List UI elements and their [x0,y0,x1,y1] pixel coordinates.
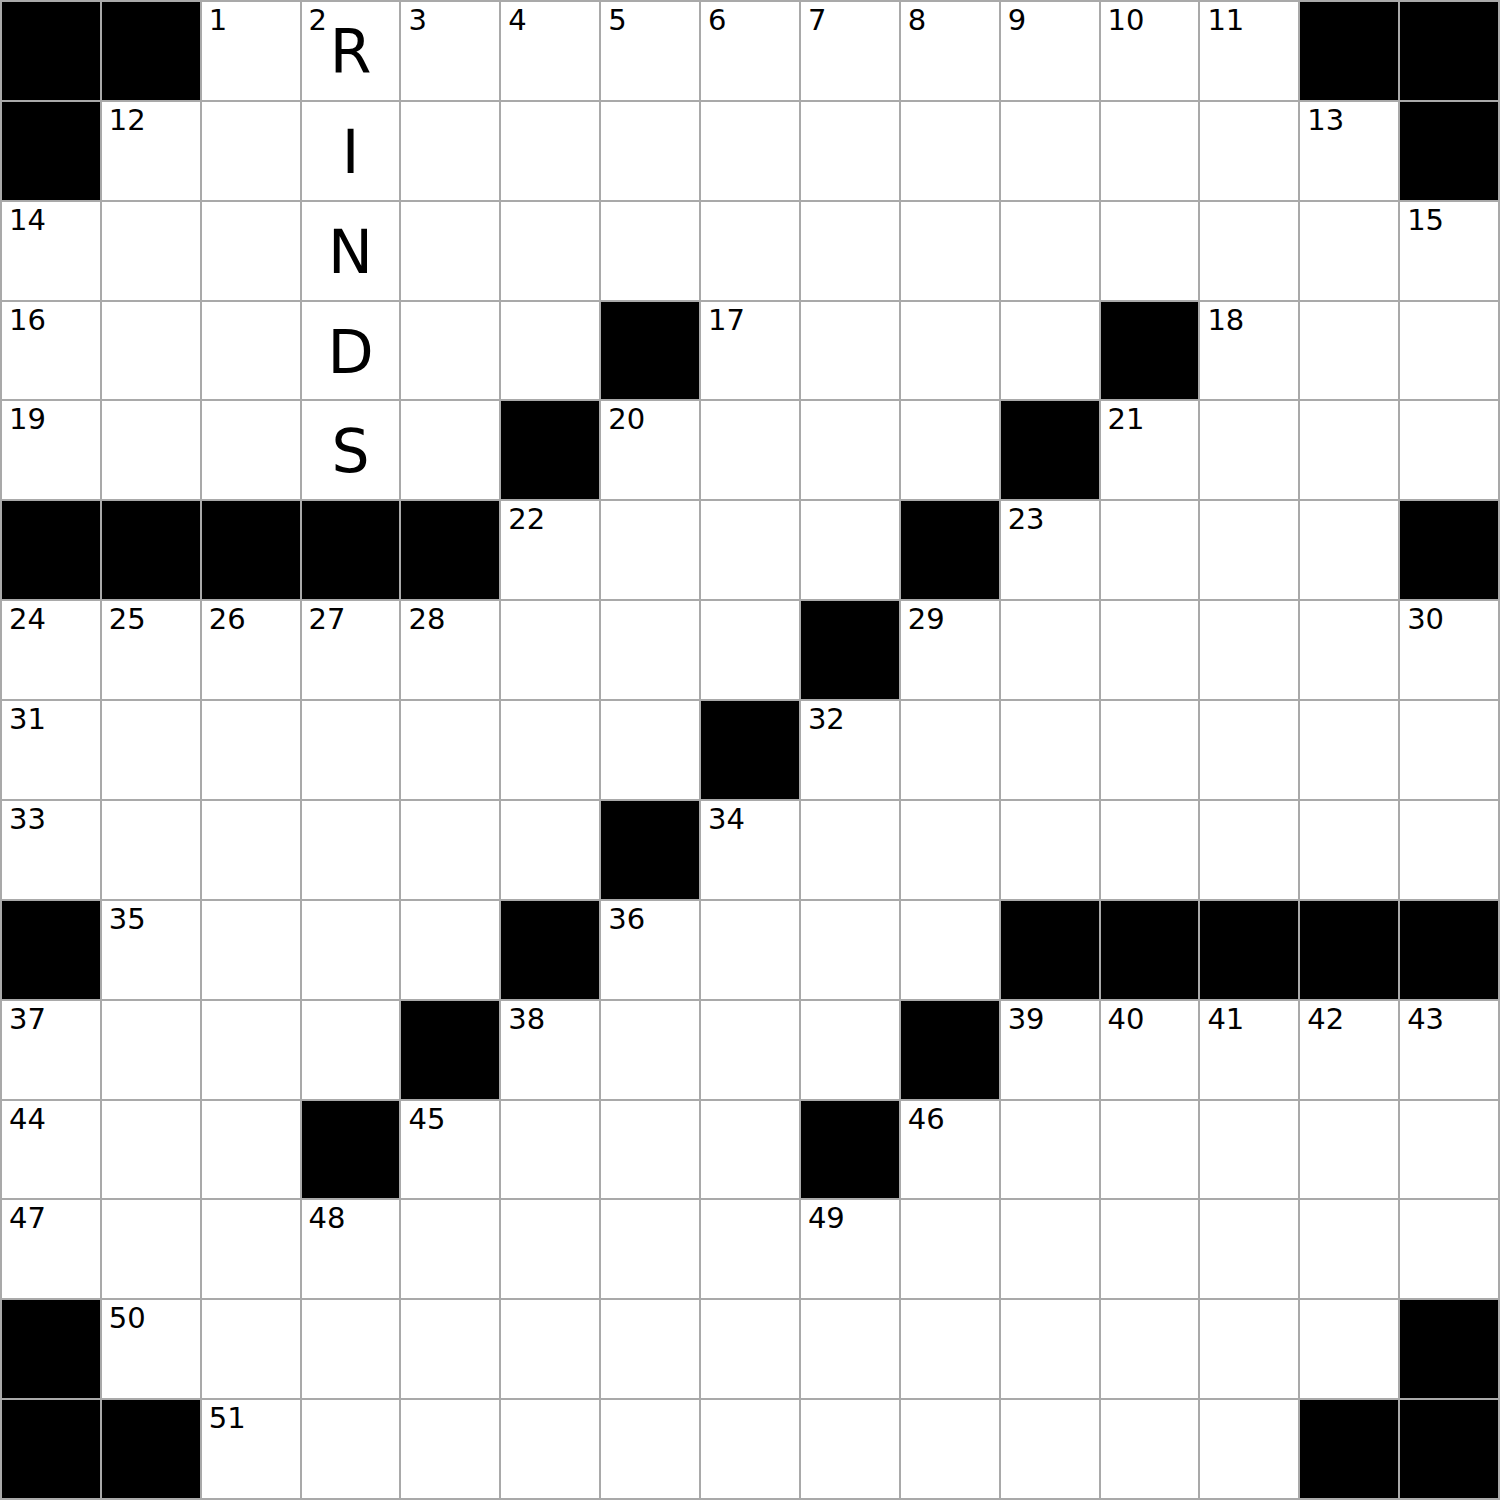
white-cell-r14c3[interactable] [202,1300,300,1398]
white-cell-r7c4[interactable]: 27 [302,601,400,699]
white-cell-r11c2[interactable] [102,1001,200,1099]
white-cell-r9c10[interactable] [901,801,999,899]
black-cell-r10c6 [501,901,599,999]
white-cell-r2c11[interactable] [1001,102,1099,200]
white-cell-r2c4[interactable]: I [302,102,400,200]
white-cell-r11c3[interactable] [202,1001,300,1099]
white-cell-r7c8[interactable] [701,601,799,699]
white-cell-r14c5[interactable] [401,1300,499,1398]
clue-number-12: 12 [109,105,146,137]
white-cell-r5c13[interactable] [1200,401,1298,499]
clue-number-47: 47 [9,1203,46,1235]
white-cell-r3c1[interactable]: 14 [2,202,100,300]
crossword-board: 12R3456789101112I1314N1516D171819S202122… [0,0,1500,1500]
white-cell-r4c3[interactable] [202,302,300,400]
white-cell-r2c12[interactable] [1101,102,1199,200]
white-cell-r11c8[interactable] [701,1001,799,1099]
white-cell-r14c4[interactable] [302,1300,400,1398]
clue-number-19: 19 [9,404,46,436]
white-cell-r13c5[interactable] [401,1200,499,1298]
white-cell-r4c10[interactable] [901,302,999,400]
white-cell-r10c10[interactable] [901,901,999,999]
white-cell-r11c7[interactable] [601,1001,699,1099]
white-cell-r5c9[interactable] [801,401,899,499]
white-cell-r3c11[interactable] [1001,202,1099,300]
clue-number-25: 25 [109,604,146,636]
white-cell-r15c12[interactable] [1101,1400,1199,1498]
white-cell-r3c5[interactable] [401,202,499,300]
clue-number-43: 43 [1407,1004,1444,1036]
black-cell-r1c15 [1400,2,1498,100]
clue-number-37: 37 [9,1004,46,1036]
white-cell-r2c6[interactable] [501,102,599,200]
white-cell-r12c7[interactable] [601,1101,699,1199]
black-cell-r10c14 [1300,901,1398,999]
clue-number-44: 44 [9,1104,46,1136]
clue-number-4: 4 [508,5,526,37]
white-cell-r10c9[interactable] [801,901,899,999]
white-cell-r13c15[interactable] [1400,1200,1498,1298]
cell-letter-r3c4: N [302,202,400,300]
white-cell-r3c14[interactable] [1300,202,1398,300]
white-cell-r8c3[interactable] [202,701,300,799]
white-cell-r7c10[interactable]: 29 [901,601,999,699]
white-cell-r1c11[interactable]: 9 [1001,2,1099,100]
black-cell-r11c5 [401,1001,499,1099]
white-cell-r9c11[interactable] [1001,801,1099,899]
black-cell-r2c1 [2,102,100,200]
black-cell-r5c11 [1001,401,1099,499]
white-cell-r11c4[interactable] [302,1001,400,1099]
white-cell-r15c7[interactable] [601,1400,699,1498]
white-cell-r13c2[interactable] [102,1200,200,1298]
clue-number-36: 36 [608,904,645,936]
black-cell-r6c2 [102,501,200,599]
white-cell-r12c5[interactable]: 45 [401,1101,499,1199]
white-cell-r3c13[interactable] [1200,202,1298,300]
white-cell-r1c5[interactable]: 3 [401,2,499,100]
clue-number-14: 14 [9,205,46,237]
white-cell-r10c8[interactable] [701,901,799,999]
white-cell-r8c14[interactable] [1300,701,1398,799]
white-cell-r15c13[interactable] [1200,1400,1298,1498]
white-cell-r10c3[interactable] [202,901,300,999]
clue-number-8: 8 [908,5,926,37]
white-cell-r3c12[interactable] [1101,202,1199,300]
black-cell-r15c15 [1400,1400,1498,1498]
clue-number-49: 49 [808,1203,845,1235]
white-cell-r6c8[interactable] [701,501,799,599]
black-cell-r15c14 [1300,1400,1398,1498]
white-cell-r2c5[interactable] [401,102,499,200]
white-cell-r7c2[interactable]: 25 [102,601,200,699]
white-cell-r1c6[interactable]: 4 [501,2,599,100]
clue-number-1: 1 [209,5,227,37]
white-cell-r11c1[interactable]: 37 [2,1001,100,1099]
white-cell-r2c10[interactable] [901,102,999,200]
white-cell-r15c5[interactable] [401,1400,499,1498]
white-cell-r8c12[interactable] [1101,701,1199,799]
white-cell-r3c10[interactable] [901,202,999,300]
clue-number-16: 16 [9,305,46,337]
black-cell-r10c1 [2,901,100,999]
white-cell-r6c13[interactable] [1200,501,1298,599]
white-cell-r8c2[interactable] [102,701,200,799]
white-cell-r12c3[interactable] [202,1101,300,1199]
clue-number-28: 28 [408,604,445,636]
white-cell-r15c9[interactable] [801,1400,899,1498]
white-cell-r10c4[interactable] [302,901,400,999]
white-cell-r7c14[interactable] [1300,601,1398,699]
clue-number-15: 15 [1407,205,1444,237]
white-cell-r10c5[interactable] [401,901,499,999]
cell-letter-r2c4: I [302,102,400,200]
white-cell-r9c5[interactable] [401,801,499,899]
white-cell-r3c4[interactable]: N [302,202,400,300]
white-cell-r14c13[interactable] [1200,1300,1298,1398]
white-cell-r13c9[interactable]: 49 [801,1200,899,1298]
black-cell-r15c1 [2,1400,100,1498]
white-cell-r15c6[interactable] [501,1400,599,1498]
white-cell-r7c5[interactable]: 28 [401,601,499,699]
white-cell-r4c4[interactable]: D [302,302,400,400]
white-cell-r13c14[interactable] [1300,1200,1398,1298]
white-cell-r13c10[interactable] [901,1200,999,1298]
white-cell-r7c6[interactable] [501,601,599,699]
white-cell-r14c14[interactable] [1300,1300,1398,1398]
white-cell-r15c4[interactable] [302,1400,400,1498]
black-cell-r8c8 [701,701,799,799]
clue-number-46: 46 [908,1104,945,1136]
black-cell-r14c15 [1400,1300,1498,1398]
white-cell-r6c14[interactable] [1300,501,1398,599]
clue-number-10: 10 [1108,5,1145,37]
white-cell-r8c7[interactable] [601,701,699,799]
white-cell-r9c6[interactable] [501,801,599,899]
white-cell-r3c2[interactable] [102,202,200,300]
black-cell-r6c3 [202,501,300,599]
white-cell-r11c6[interactable]: 38 [501,1001,599,1099]
white-cell-r7c12[interactable] [1101,601,1199,699]
white-cell-r15c10[interactable] [901,1400,999,1498]
white-cell-r4c15[interactable] [1400,302,1498,400]
white-cell-r10c7[interactable]: 36 [601,901,699,999]
white-cell-r9c2[interactable] [102,801,200,899]
black-cell-r1c1 [2,2,100,100]
black-cell-r11c10 [901,1001,999,1099]
white-cell-r13c13[interactable] [1200,1200,1298,1298]
black-cell-r4c12 [1101,302,1199,400]
white-cell-r1c10[interactable]: 8 [901,2,999,100]
white-cell-r8c10[interactable] [901,701,999,799]
white-cell-r2c3[interactable] [202,102,300,200]
white-cell-r7c3[interactable]: 26 [202,601,300,699]
white-cell-r3c6[interactable] [501,202,599,300]
white-cell-r2c9[interactable] [801,102,899,200]
white-cell-r14c8[interactable] [701,1300,799,1398]
white-cell-r12c12[interactable] [1101,1101,1199,1199]
black-cell-r2c15 [1400,102,1498,200]
white-cell-r5c1[interactable]: 19 [2,401,100,499]
white-cell-r12c13[interactable] [1200,1101,1298,1199]
white-cell-r15c8[interactable] [701,1400,799,1498]
white-cell-r4c14[interactable] [1300,302,1398,400]
black-cell-r10c12 [1101,901,1199,999]
white-cell-r3c3[interactable] [202,202,300,300]
white-cell-r5c8[interactable] [701,401,799,499]
clue-number-26: 26 [209,604,246,636]
clue-number-22: 22 [508,504,545,536]
white-cell-r9c14[interactable] [1300,801,1398,899]
white-cell-r9c13[interactable] [1200,801,1298,899]
white-cell-r5c15[interactable] [1400,401,1498,499]
white-cell-r11c11[interactable]: 39 [1001,1001,1099,1099]
white-cell-r8c9[interactable]: 32 [801,701,899,799]
white-cell-r15c3[interactable]: 51 [202,1400,300,1498]
white-cell-r4c9[interactable] [801,302,899,400]
white-cell-r9c12[interactable] [1101,801,1199,899]
white-cell-r14c2[interactable]: 50 [102,1300,200,1398]
white-cell-r12c6[interactable] [501,1101,599,1199]
clue-number-6: 6 [708,5,726,37]
white-cell-r11c15[interactable]: 43 [1400,1001,1498,1099]
clue-number-39: 39 [1008,1004,1045,1036]
black-cell-r1c14 [1300,2,1398,100]
clue-number-51: 51 [209,1403,246,1435]
white-cell-r4c5[interactable] [401,302,499,400]
white-cell-r11c14[interactable]: 42 [1300,1001,1398,1099]
white-cell-r4c1[interactable]: 16 [2,302,100,400]
clue-number-24: 24 [9,604,46,636]
clue-number-33: 33 [9,804,46,836]
white-cell-r14c9[interactable] [801,1300,899,1398]
white-cell-r2c13[interactable] [1200,102,1298,200]
white-cell-r5c12[interactable]: 21 [1101,401,1199,499]
black-cell-r1c2 [102,2,200,100]
clue-number-35: 35 [109,904,146,936]
white-cell-r6c11[interactable]: 23 [1001,501,1099,599]
white-cell-r1c13[interactable]: 11 [1200,2,1298,100]
white-cell-r12c1[interactable]: 44 [2,1101,100,1199]
cell-letter-r4c4: D [302,302,400,400]
white-cell-r11c13[interactable]: 41 [1200,1001,1298,1099]
white-cell-r6c12[interactable] [1101,501,1199,599]
white-cell-r11c12[interactable]: 40 [1101,1001,1199,1099]
clue-number-34: 34 [708,804,745,836]
white-cell-r8c11[interactable] [1001,701,1099,799]
white-cell-r10c2[interactable]: 35 [102,901,200,999]
white-cell-r8c13[interactable] [1200,701,1298,799]
white-cell-r1c12[interactable]: 10 [1101,2,1199,100]
clue-number-20: 20 [608,404,645,436]
black-cell-r14c1 [2,1300,100,1398]
white-cell-r9c4[interactable] [302,801,400,899]
black-cell-r6c15 [1400,501,1498,599]
white-cell-r2c7[interactable] [601,102,699,200]
black-cell-r6c5 [401,501,499,599]
clue-number-31: 31 [9,704,46,736]
clue-number-48: 48 [309,1203,346,1235]
white-cell-r13c1[interactable]: 47 [2,1200,100,1298]
clue-number-13: 13 [1307,105,1344,137]
clue-number-21: 21 [1108,404,1145,436]
white-cell-r7c11[interactable] [1001,601,1099,699]
white-cell-r3c7[interactable] [601,202,699,300]
white-cell-r11c9[interactable] [801,1001,899,1099]
white-cell-r9c1[interactable]: 33 [2,801,100,899]
black-cell-r10c11 [1001,901,1099,999]
white-cell-r14c7[interactable] [601,1300,699,1398]
black-cell-r5c6 [501,401,599,499]
black-cell-r6c1 [2,501,100,599]
white-cell-r8c6[interactable] [501,701,599,799]
white-cell-r7c7[interactable] [601,601,699,699]
clue-number-45: 45 [408,1104,445,1136]
white-cell-r13c7[interactable] [601,1200,699,1298]
clue-number-27: 27 [309,604,346,636]
white-cell-r12c11[interactable] [1001,1101,1099,1199]
clue-number-23: 23 [1008,504,1045,536]
white-cell-r12c14[interactable] [1300,1101,1398,1199]
white-cell-r8c1[interactable]: 31 [2,701,100,799]
white-cell-r2c2[interactable]: 12 [102,102,200,200]
white-cell-r9c8[interactable]: 34 [701,801,799,899]
white-cell-r13c4[interactable]: 48 [302,1200,400,1298]
black-cell-r7c9 [801,601,899,699]
clue-number-41: 41 [1207,1004,1244,1036]
white-cell-r13c8[interactable] [701,1200,799,1298]
white-cell-r14c6[interactable] [501,1300,599,1398]
white-cell-r12c15[interactable] [1400,1101,1498,1199]
white-cell-r5c2[interactable] [102,401,200,499]
white-cell-r13c11[interactable] [1001,1200,1099,1298]
white-cell-r13c6[interactable] [501,1200,599,1298]
clue-number-11: 11 [1207,5,1244,37]
white-cell-r5c10[interactable] [901,401,999,499]
white-cell-r7c1[interactable]: 24 [2,601,100,699]
white-cell-r4c13[interactable]: 18 [1200,302,1298,400]
white-cell-r12c10[interactable]: 46 [901,1101,999,1199]
clue-number-5: 5 [608,5,626,37]
white-cell-r3c9[interactable] [801,202,899,300]
clue-number-50: 50 [109,1303,146,1335]
white-cell-r6c6[interactable]: 22 [501,501,599,599]
white-cell-r9c9[interactable] [801,801,899,899]
white-cell-r5c5[interactable] [401,401,499,499]
black-cell-r6c4 [302,501,400,599]
white-cell-r12c8[interactable] [701,1101,799,1199]
clue-number-18: 18 [1207,305,1244,337]
clue-number-32: 32 [808,704,845,736]
white-cell-r4c11[interactable] [1001,302,1099,400]
white-cell-r3c8[interactable] [701,202,799,300]
white-cell-r9c15[interactable] [1400,801,1498,899]
cell-letter-r5c4: S [302,401,400,499]
black-cell-r12c9 [801,1101,899,1199]
white-cell-r2c14[interactable]: 13 [1300,102,1398,200]
black-cell-r15c2 [102,1400,200,1498]
white-cell-r12c2[interactable] [102,1101,200,1199]
clue-number-7: 7 [808,5,826,37]
white-cell-r1c3[interactable]: 1 [202,2,300,100]
white-cell-r1c8[interactable]: 6 [701,2,799,100]
white-cell-r1c9[interactable]: 7 [801,2,899,100]
white-cell-r4c8[interactable]: 17 [701,302,799,400]
black-cell-r12c4 [302,1101,400,1199]
white-cell-r14c10[interactable] [901,1300,999,1398]
clue-number-9: 9 [1008,5,1026,37]
clue-number-17: 17 [708,305,745,337]
cell-letter-r1c4: R [302,2,400,100]
white-cell-r8c15[interactable] [1400,701,1498,799]
white-cell-r9c3[interactable] [202,801,300,899]
clue-number-40: 40 [1108,1004,1145,1036]
white-cell-r13c12[interactable] [1101,1200,1199,1298]
white-cell-r15c11[interactable] [1001,1400,1099,1498]
white-cell-r5c3[interactable] [202,401,300,499]
white-cell-r5c4[interactable]: S [302,401,400,499]
white-cell-r3c15[interactable]: 15 [1400,202,1498,300]
white-cell-r7c15[interactable]: 30 [1400,601,1498,699]
white-cell-r8c5[interactable] [401,701,499,799]
white-cell-r5c7[interactable]: 20 [601,401,699,499]
white-cell-r14c12[interactable] [1101,1300,1199,1398]
white-cell-r14c11[interactable] [1001,1300,1099,1398]
white-cell-r8c4[interactable] [302,701,400,799]
black-cell-r6c10 [901,501,999,599]
clue-number-30: 30 [1407,604,1444,636]
black-cell-r10c13 [1200,901,1298,999]
black-cell-r4c7 [601,302,699,400]
white-cell-r6c9[interactable] [801,501,899,599]
clue-number-29: 29 [908,604,945,636]
white-cell-r1c4[interactable]: 2R [302,2,400,100]
white-cell-r7c13[interactable] [1200,601,1298,699]
black-cell-r9c7 [601,801,699,899]
white-cell-r4c2[interactable] [102,302,200,400]
black-cell-r10c15 [1400,901,1498,999]
white-cell-r5c14[interactable] [1300,401,1398,499]
white-cell-r2c8[interactable] [701,102,799,200]
clue-number-38: 38 [508,1004,545,1036]
clue-number-42: 42 [1307,1004,1344,1036]
white-cell-r13c3[interactable] [202,1200,300,1298]
white-cell-r4c6[interactable] [501,302,599,400]
white-cell-r6c7[interactable] [601,501,699,599]
white-cell-r1c7[interactable]: 5 [601,2,699,100]
clue-number-3: 3 [408,5,426,37]
